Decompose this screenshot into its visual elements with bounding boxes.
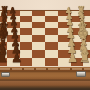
board-squares [0, 11, 90, 67]
square-f5 [32, 42, 45, 50]
square-d6 [20, 28, 33, 35]
square-g3 [58, 50, 71, 58]
square-d1 [83, 28, 90, 35]
square-d2 [71, 28, 84, 35]
square-e7 [7, 35, 20, 42]
square-e8 [0, 35, 7, 42]
square-f2 [71, 42, 84, 50]
square-g6 [20, 50, 33, 58]
box-clasp-right [76, 71, 86, 77]
square-h2 [71, 58, 84, 67]
square-f1 [83, 42, 90, 50]
square-d4 [45, 28, 58, 35]
square-g7 [7, 50, 20, 58]
frame-inlay-decoration [0, 68, 90, 70]
square-h3 [58, 58, 71, 67]
square-e5 [32, 35, 45, 42]
square-e3 [58, 35, 71, 42]
chess-board [0, 10, 90, 67]
chess-set-photo: ♜♞♝♛♚♝♞♜♟♟♟♟♟♟♟♟♟♟♟♟♟♟♟♟♜♞♝♛♚♝♞♜ [0, 0, 90, 90]
square-d5 [32, 28, 45, 35]
square-f4 [45, 42, 58, 50]
square-f8 [0, 42, 7, 50]
square-d3 [58, 28, 71, 35]
box-clasp-left [1, 72, 10, 77]
square-h5 [32, 58, 45, 67]
square-e1 [83, 35, 90, 42]
square-g5 [32, 50, 45, 58]
square-f7 [7, 42, 20, 50]
square-h6 [20, 58, 33, 67]
square-g4 [45, 50, 58, 58]
square-h8 [0, 58, 7, 67]
square-e6 [20, 35, 33, 42]
square-h1 [83, 58, 90, 67]
square-e2 [71, 35, 84, 42]
square-f6 [20, 42, 33, 50]
square-g2 [71, 50, 84, 58]
square-h4 [45, 58, 58, 67]
square-h7 [7, 58, 20, 67]
square-g8 [0, 50, 7, 58]
square-d7 [7, 28, 20, 35]
square-d8 [0, 28, 7, 35]
square-g1 [83, 50, 90, 58]
square-f3 [58, 42, 71, 50]
square-e4 [45, 35, 58, 42]
